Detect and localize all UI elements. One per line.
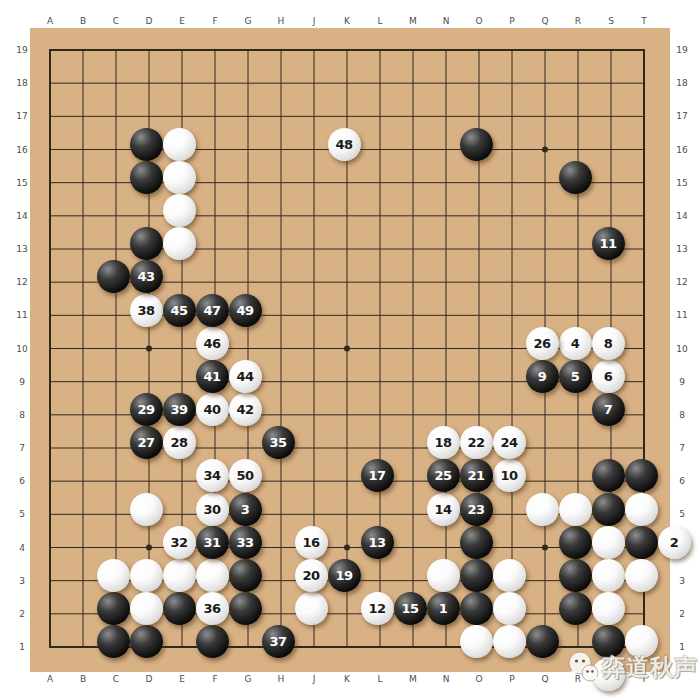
stone-white-move-30: 30: [196, 493, 229, 526]
row-label-right-10: 10: [670, 343, 694, 355]
stone-black-move-1: 1: [427, 592, 460, 625]
move-number: 1: [439, 602, 448, 615]
column-label-bottom-G: G: [236, 673, 260, 685]
move-number: 12: [368, 602, 385, 615]
stone-white: [130, 559, 163, 592]
move-number: 47: [203, 304, 220, 317]
row-label-right-2: 2: [670, 608, 694, 620]
stone-white-move-28: 28: [163, 426, 196, 459]
column-label-top-E: E: [170, 15, 194, 27]
column-label-bottom-J: J: [302, 673, 326, 685]
row-label-left-13: 13: [10, 243, 34, 255]
move-number: 50: [236, 469, 253, 482]
column-label-bottom-E: E: [170, 673, 194, 685]
row-label-left-1: 1: [10, 641, 34, 653]
column-label-top-J: J: [302, 15, 326, 27]
stone-black: [559, 526, 592, 559]
column-label-top-L: L: [368, 15, 392, 27]
row-label-left-11: 11: [10, 309, 34, 321]
stone-black-move-23: 23: [460, 493, 493, 526]
stone-black-move-19: 19: [328, 559, 361, 592]
move-number: 29: [137, 403, 154, 416]
stone-black-move-9: 9: [526, 360, 559, 393]
stone-black: [592, 459, 625, 492]
column-label-bottom-L: L: [368, 673, 392, 685]
stone-black-move-25: 25: [427, 459, 460, 492]
stone-black: [559, 592, 592, 625]
stone-white: [625, 559, 658, 592]
column-label-top-K: K: [335, 15, 359, 27]
row-label-left-16: 16: [10, 144, 34, 156]
move-number: 13: [368, 536, 385, 549]
row-label-right-14: 14: [670, 210, 694, 222]
stone-white: [163, 161, 196, 194]
stone-black-move-45: 45: [163, 294, 196, 327]
row-label-right-13: 13: [670, 243, 694, 255]
stone-black-move-31: 31: [196, 526, 229, 559]
row-label-right-9: 9: [670, 376, 694, 388]
move-number: 28: [170, 436, 187, 449]
stone-white-move-36: 36: [196, 592, 229, 625]
column-label-bottom-M: M: [401, 673, 425, 685]
stone-white-move-48: 48: [328, 128, 361, 161]
column-label-top-C: C: [104, 15, 128, 27]
move-number: 19: [335, 569, 352, 582]
row-label-left-8: 8: [10, 409, 34, 421]
stone-black-move-35: 35: [262, 426, 295, 459]
stone-white: [493, 625, 526, 658]
row-label-left-3: 3: [10, 575, 34, 587]
column-label-top-H: H: [269, 15, 293, 27]
stone-black-move-29: 29: [130, 393, 163, 426]
stone-black: [460, 128, 493, 161]
row-label-right-19: 19: [670, 44, 694, 56]
move-number: 48: [335, 138, 352, 151]
stone-white: [163, 559, 196, 592]
column-label-top-D: D: [137, 15, 161, 27]
move-number: 32: [170, 536, 187, 549]
row-label-left-5: 5: [10, 508, 34, 520]
stone-white-move-24: 24: [493, 426, 526, 459]
stone-black: [559, 161, 592, 194]
move-number: 14: [434, 503, 451, 516]
move-number: 49: [236, 304, 253, 317]
stone-white-move-2: 2: [658, 526, 691, 559]
column-label-top-Q: Q: [533, 15, 557, 27]
stones-layer[interactable]: 1234567891011121314151617181920212223242…: [64, 61, 691, 691]
stone-black: [526, 625, 559, 658]
stone-white: [130, 493, 163, 526]
move-number: 40: [203, 403, 220, 416]
column-label-bottom-F: F: [203, 673, 227, 685]
move-number: 8: [604, 337, 613, 350]
move-number: 43: [137, 270, 154, 283]
stone-black: [196, 625, 229, 658]
move-number: 27: [137, 436, 154, 449]
move-number: 42: [236, 403, 253, 416]
stone-black: [229, 592, 262, 625]
stone-black: [163, 592, 196, 625]
move-number: 44: [236, 370, 253, 383]
stone-black: [130, 227, 163, 260]
stone-black-move-39: 39: [163, 393, 196, 426]
move-number: 2: [670, 536, 679, 549]
column-label-top-P: P: [500, 15, 524, 27]
row-label-left-15: 15: [10, 177, 34, 189]
column-label-bottom-H: H: [269, 673, 293, 685]
stone-black: [625, 459, 658, 492]
stone-black-move-27: 27: [130, 426, 163, 459]
column-label-bottom-N: N: [434, 673, 458, 685]
stone-black: [130, 161, 163, 194]
move-number: 23: [467, 503, 484, 516]
row-label-left-17: 17: [10, 110, 34, 122]
stone-white: [592, 526, 625, 559]
column-label-top-O: O: [467, 15, 491, 27]
row-label-right-7: 7: [670, 442, 694, 454]
stone-white: [427, 559, 460, 592]
column-label-bottom-C: C: [104, 673, 128, 685]
column-label-bottom-O: O: [467, 673, 491, 685]
stone-white-move-12: 12: [361, 592, 394, 625]
stone-black-move-15: 15: [394, 592, 427, 625]
stone-white: [559, 493, 592, 526]
move-number: 45: [170, 304, 187, 317]
row-label-left-10: 10: [10, 343, 34, 355]
move-number: 37: [269, 635, 286, 648]
stone-black: [625, 526, 658, 559]
move-number: 39: [170, 403, 187, 416]
column-label-top-R: R: [566, 15, 590, 27]
row-label-right-5: 5: [670, 508, 694, 520]
column-label-bottom-K: K: [335, 673, 359, 685]
stone-white-move-26: 26: [526, 327, 559, 360]
column-label-top-N: N: [434, 15, 458, 27]
move-number: 24: [500, 436, 517, 449]
stone-white-move-22: 22: [460, 426, 493, 459]
move-number: 5: [571, 370, 580, 383]
stone-white-move-32: 32: [163, 526, 196, 559]
stone-white: [163, 227, 196, 260]
stone-white: [493, 592, 526, 625]
stone-white: [163, 128, 196, 161]
stone-white-move-18: 18: [427, 426, 460, 459]
stone-black: [130, 625, 163, 658]
column-label-bottom-Q: Q: [533, 673, 557, 685]
stone-black: [130, 128, 163, 161]
move-number: 41: [203, 370, 220, 383]
stone-black-move-41: 41: [196, 360, 229, 393]
stone-white-move-6: 6: [592, 360, 625, 393]
row-label-right-6: 6: [670, 475, 694, 487]
stone-white-move-16: 16: [295, 526, 328, 559]
row-label-right-18: 18: [670, 77, 694, 89]
go-diagram: 1234567891011121314151617181920212223242…: [0, 0, 700, 700]
column-label-bottom-A: A: [38, 673, 62, 685]
stone-white-move-50: 50: [229, 459, 262, 492]
move-number: 30: [203, 503, 220, 516]
stone-white-move-40: 40: [196, 393, 229, 426]
move-number: 25: [434, 469, 451, 482]
stone-white-move-4: 4: [559, 327, 592, 360]
move-number: 11: [599, 237, 616, 250]
move-number: 22: [467, 436, 484, 449]
stone-white-move-10: 10: [493, 459, 526, 492]
column-label-top-A: A: [38, 15, 62, 27]
move-number: 34: [203, 469, 220, 482]
stone-white-move-46: 46: [196, 327, 229, 360]
move-number: 16: [302, 536, 319, 549]
stone-white-move-8: 8: [592, 327, 625, 360]
column-label-top-M: M: [401, 15, 425, 27]
row-label-right-11: 11: [670, 309, 694, 321]
stone-white-move-14: 14: [427, 493, 460, 526]
stone-white: [592, 592, 625, 625]
stone-black: [97, 260, 130, 293]
stone-white: [196, 559, 229, 592]
row-label-left-4: 4: [10, 542, 34, 554]
wechat-icon: [566, 649, 602, 685]
row-label-right-16: 16: [670, 144, 694, 156]
column-label-bottom-B: B: [71, 673, 95, 685]
go-board: 1234567891011121314151617181920212223242…: [30, 28, 670, 672]
stone-black-move-13: 13: [361, 526, 394, 559]
stone-white-move-38: 38: [130, 294, 163, 327]
stone-black-move-21: 21: [460, 459, 493, 492]
column-label-top-T: T: [632, 15, 656, 27]
stone-black-move-47: 47: [196, 294, 229, 327]
stone-white: [493, 559, 526, 592]
move-number: 6: [604, 370, 613, 383]
stone-black-move-37: 37: [262, 625, 295, 658]
stone-black-move-7: 7: [592, 393, 625, 426]
stone-black: [460, 559, 493, 592]
row-label-right-8: 8: [670, 409, 694, 421]
stone-black: [460, 526, 493, 559]
move-number: 18: [434, 436, 451, 449]
stone-black: [559, 559, 592, 592]
move-number: 10: [500, 469, 517, 482]
stone-white-move-20: 20: [295, 559, 328, 592]
stone-black: [97, 592, 130, 625]
move-number: 35: [269, 436, 286, 449]
move-number: 21: [467, 469, 484, 482]
column-label-top-F: F: [203, 15, 227, 27]
stone-white: [295, 592, 328, 625]
move-number: 3: [241, 503, 250, 516]
stone-black: [97, 625, 130, 658]
move-number: 17: [368, 469, 385, 482]
row-label-right-12: 12: [670, 276, 694, 288]
move-number: 4: [571, 337, 580, 350]
watermark-text: 弈道秋声: [602, 656, 698, 679]
row-label-left-18: 18: [10, 77, 34, 89]
row-label-right-15: 15: [670, 177, 694, 189]
row-label-right-17: 17: [670, 110, 694, 122]
stone-black: [229, 559, 262, 592]
row-label-left-7: 7: [10, 442, 34, 454]
move-number: 33: [236, 536, 253, 549]
move-number: 38: [137, 304, 154, 317]
column-label-bottom-P: P: [500, 673, 524, 685]
column-label-top-S: S: [599, 15, 623, 27]
stone-black-move-5: 5: [559, 360, 592, 393]
column-label-top-G: G: [236, 15, 260, 27]
stone-white: [97, 559, 130, 592]
stone-black-move-43: 43: [130, 260, 163, 293]
column-label-top-B: B: [71, 15, 95, 27]
stone-white-move-44: 44: [229, 360, 262, 393]
row-label-left-19: 19: [10, 44, 34, 56]
stone-white-move-34: 34: [196, 459, 229, 492]
stone-black: [460, 592, 493, 625]
stone-white: [130, 592, 163, 625]
stone-black: [592, 493, 625, 526]
move-number: 20: [302, 569, 319, 582]
stone-white: [625, 493, 658, 526]
stone-black-move-3: 3: [229, 493, 262, 526]
stone-white: [592, 559, 625, 592]
row-label-right-3: 3: [670, 575, 694, 587]
stone-white: [460, 625, 493, 658]
row-label-left-12: 12: [10, 276, 34, 288]
watermark: 弈道秋声: [566, 649, 698, 685]
row-label-left-6: 6: [10, 475, 34, 487]
row-label-left-14: 14: [10, 210, 34, 222]
stone-black-move-33: 33: [229, 526, 262, 559]
move-number: 26: [533, 337, 550, 350]
move-number: 15: [401, 602, 418, 615]
row-label-left-2: 2: [10, 608, 34, 620]
stone-black-move-49: 49: [229, 294, 262, 327]
stone-black-move-17: 17: [361, 459, 394, 492]
move-number: 36: [203, 602, 220, 615]
move-number: 46: [203, 337, 220, 350]
stone-black-move-11: 11: [592, 227, 625, 260]
stone-white: [163, 194, 196, 227]
stone-white-move-42: 42: [229, 393, 262, 426]
stone-white: [526, 493, 559, 526]
column-label-bottom-D: D: [137, 673, 161, 685]
move-number: 7: [604, 403, 613, 416]
move-number: 9: [538, 370, 547, 383]
row-label-left-9: 9: [10, 376, 34, 388]
move-number: 31: [203, 536, 220, 549]
